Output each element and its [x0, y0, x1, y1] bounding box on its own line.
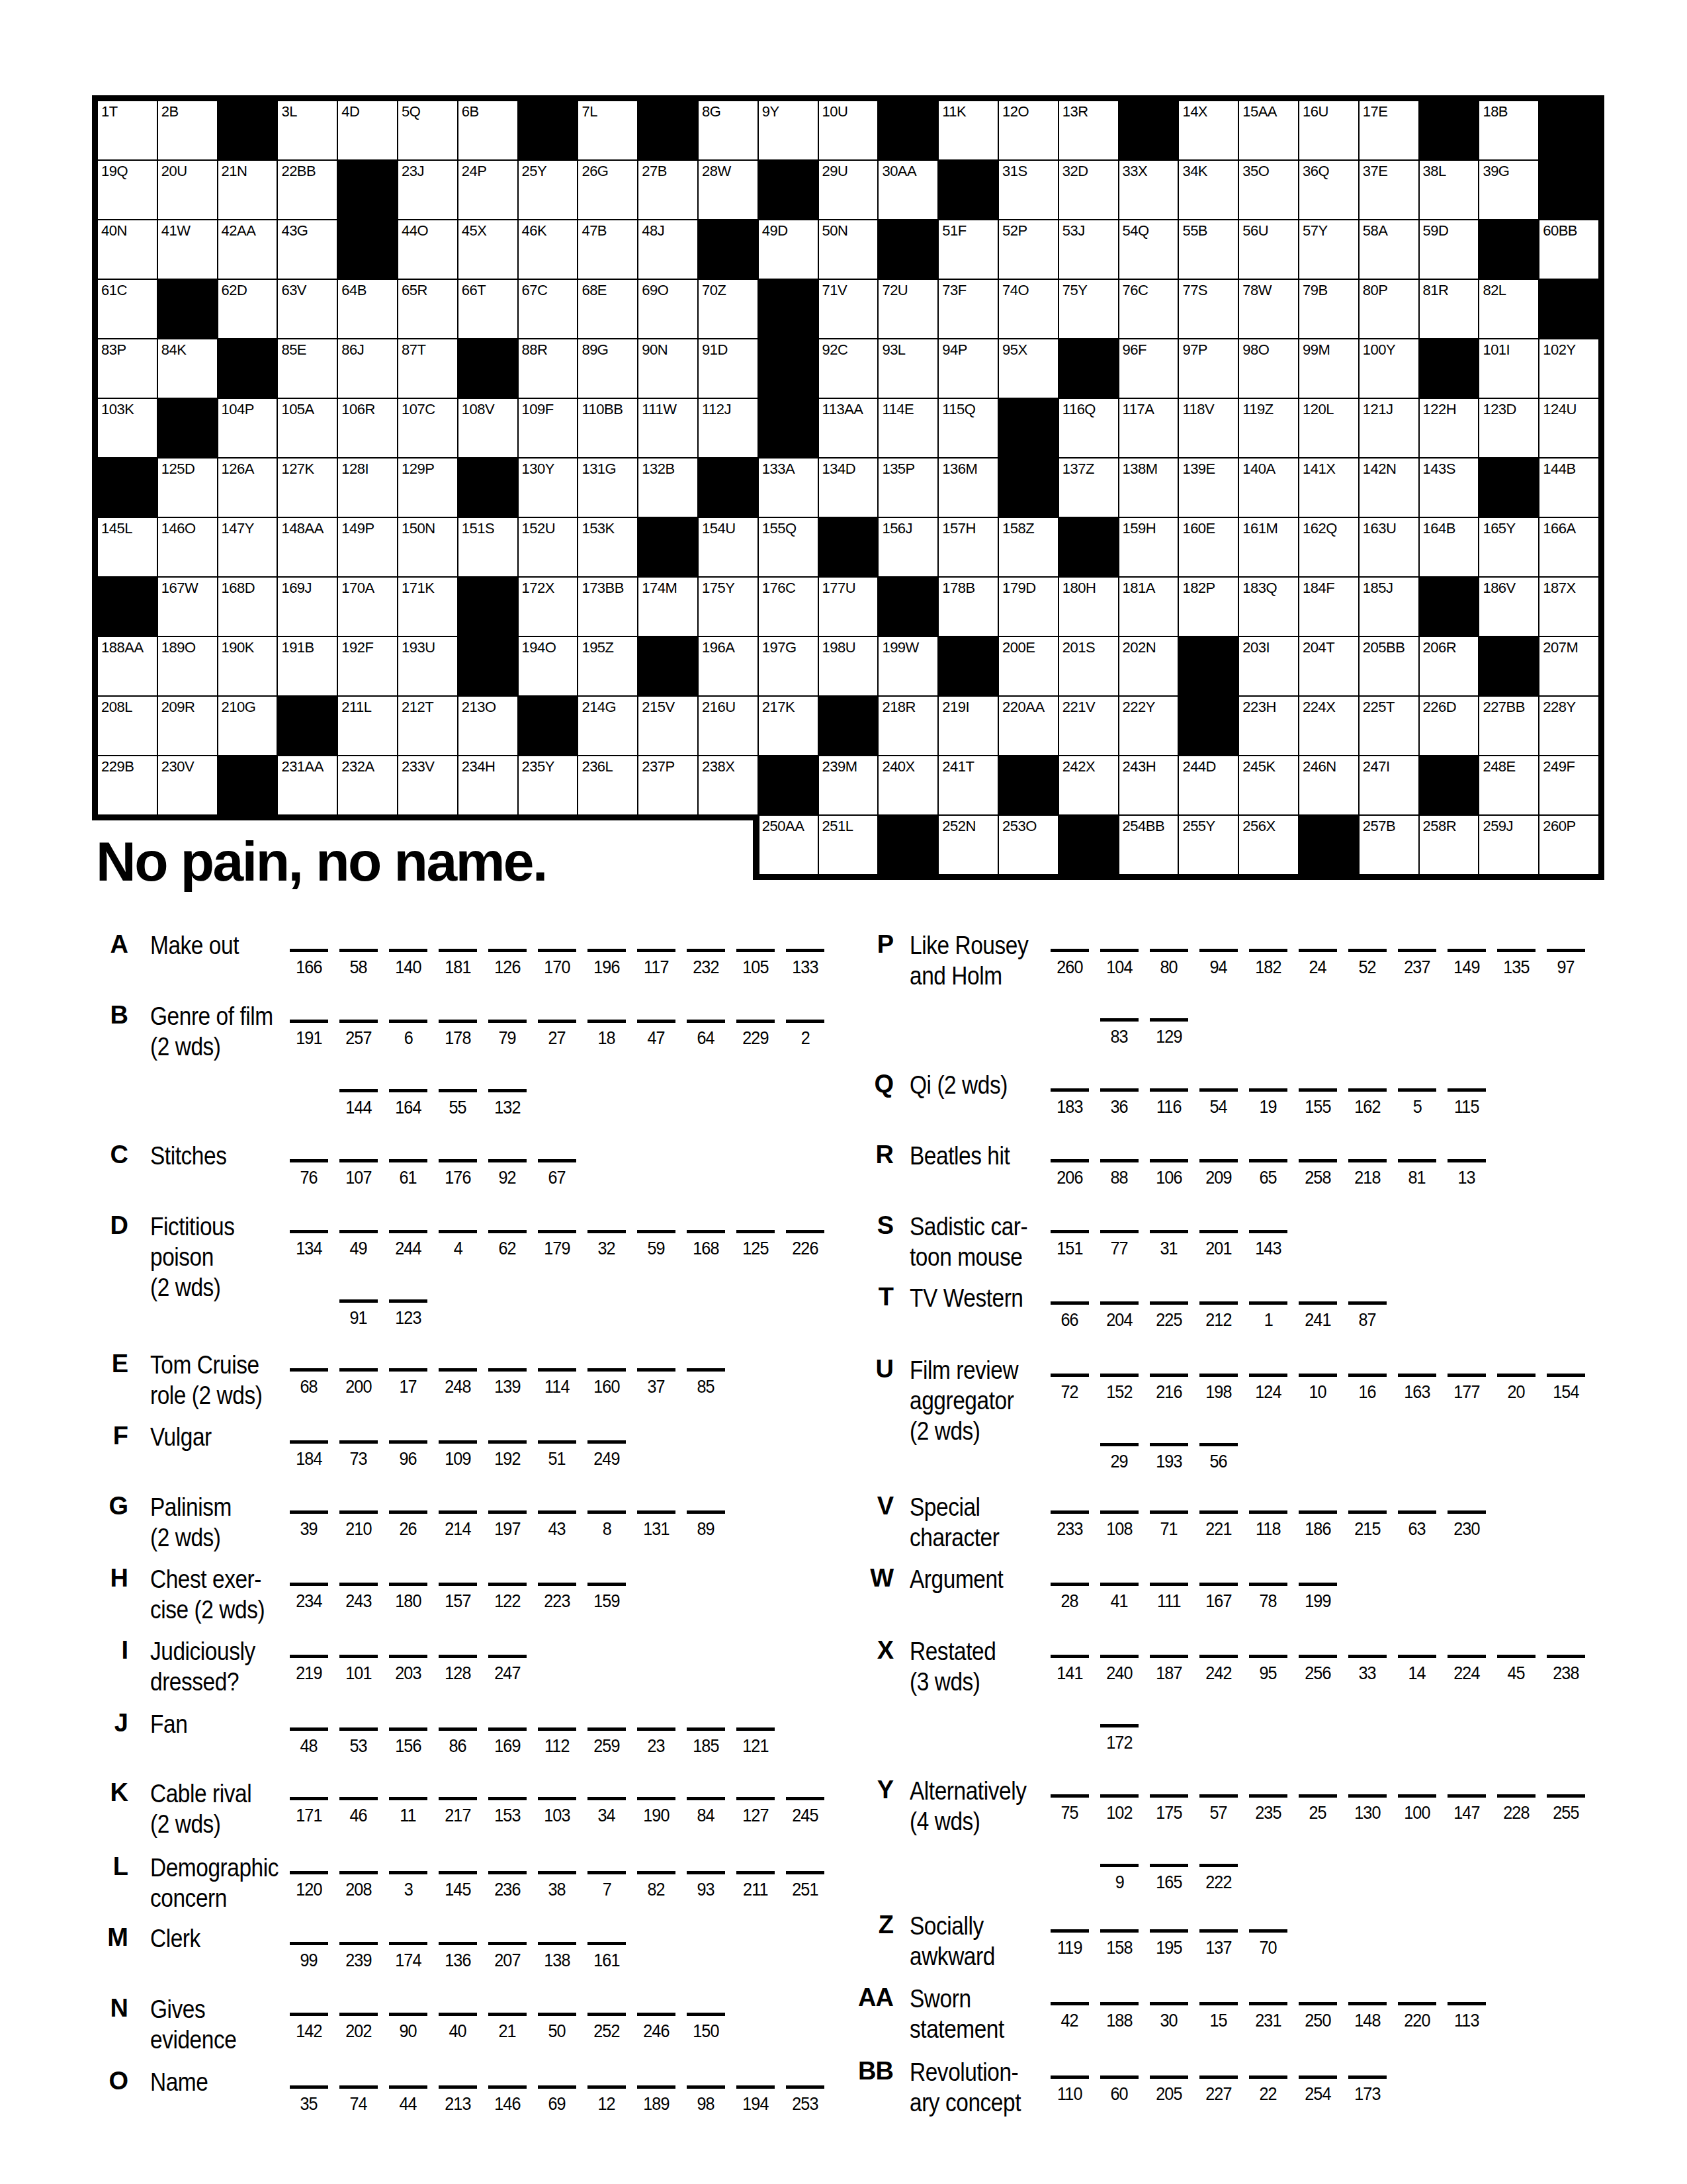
- grid-cell-97P[interactable]: 97P: [1178, 339, 1238, 398]
- grid-cell-84K[interactable]: 84K: [157, 339, 218, 398]
- grid-cell-121J[interactable]: 121J: [1359, 398, 1419, 458]
- grid-cell-51F[interactable]: 51F: [938, 220, 998, 279]
- grid-cell-162Q[interactable]: 162Q: [1299, 517, 1359, 577]
- answer-slot[interactable]: 2: [786, 1020, 824, 1049]
- grid-cell-17E[interactable]: 17E: [1359, 101, 1419, 160]
- grid-cell-257B[interactable]: 257B: [1359, 815, 1419, 875]
- grid-cell-142N[interactable]: 142N: [1359, 458, 1419, 517]
- grid-cell-31S[interactable]: 31S: [998, 160, 1059, 220]
- answer-slot[interactable]: 74: [339, 2085, 378, 2115]
- answer-slot[interactable]: 38: [538, 1871, 576, 1900]
- answer-slot[interactable]: 37: [637, 1368, 675, 1397]
- answer-slot[interactable]: 61: [389, 1159, 427, 1188]
- grid-cell-234H[interactable]: 234H: [458, 756, 518, 815]
- answer-slot[interactable]: 231: [1249, 2002, 1287, 2031]
- answer-slot[interactable]: 217: [439, 1797, 477, 1826]
- grid-cell-251L[interactable]: 251L: [818, 815, 879, 875]
- grid-cell-241T[interactable]: 241T: [938, 756, 998, 815]
- grid-cell-143S[interactable]: 143S: [1419, 458, 1479, 517]
- grid-cell-199W[interactable]: 199W: [878, 636, 938, 696]
- answer-slot[interactable]: 164: [389, 1089, 427, 1118]
- grid-cell-24P[interactable]: 24P: [458, 160, 518, 220]
- grid-cell-39G[interactable]: 39G: [1479, 160, 1539, 220]
- grid-cell-219I[interactable]: 219I: [938, 696, 998, 756]
- answer-slot[interactable]: 117: [637, 949, 675, 978]
- grid-cell-157H[interactable]: 157H: [938, 517, 998, 577]
- grid-cell-189O[interactable]: 189O: [157, 636, 218, 696]
- grid-cell-177U[interactable]: 177U: [818, 577, 879, 636]
- answer-slot[interactable]: 147: [1448, 1794, 1486, 1823]
- answer-slot[interactable]: 229: [736, 1020, 775, 1049]
- answer-slot[interactable]: 21: [488, 2013, 527, 2042]
- answer-slot[interactable]: 223: [538, 1583, 576, 1612]
- answer-slot[interactable]: 194: [736, 2085, 775, 2115]
- answer-slot[interactable]: 52: [1348, 949, 1387, 978]
- answer-slot[interactable]: 106: [1150, 1159, 1188, 1188]
- answer-slot[interactable]: 238: [1547, 1655, 1585, 1684]
- grid-cell-106R[interactable]: 106R: [337, 398, 398, 458]
- grid-cell-38L[interactable]: 38L: [1419, 160, 1479, 220]
- answer-slot[interactable]: 123: [389, 1299, 427, 1329]
- grid-cell-185J[interactable]: 185J: [1359, 577, 1419, 636]
- answer-slot[interactable]: 9: [1100, 1864, 1139, 1893]
- grid-cell-220AA[interactable]: 220AA: [998, 696, 1059, 756]
- grid-cell-45X[interactable]: 45X: [458, 220, 518, 279]
- answer-slot[interactable]: 139: [488, 1368, 527, 1397]
- answer-slot[interactable]: 127: [736, 1797, 775, 1826]
- answer-slot[interactable]: 134: [290, 1230, 328, 1259]
- grid-cell-78W[interactable]: 78W: [1238, 279, 1299, 339]
- grid-cell-41W[interactable]: 41W: [157, 220, 218, 279]
- grid-cell-210G[interactable]: 210G: [218, 696, 278, 756]
- answer-slot[interactable]: 30: [1150, 2002, 1188, 2031]
- answer-slot[interactable]: 172: [1100, 1724, 1139, 1753]
- answer-slot[interactable]: 137: [1199, 1929, 1238, 1958]
- grid-cell-249F[interactable]: 249F: [1539, 756, 1599, 815]
- answer-slot[interactable]: 95: [1249, 1655, 1287, 1684]
- grid-cell-94P[interactable]: 94P: [938, 339, 998, 398]
- grid-cell-125D[interactable]: 125D: [157, 458, 218, 517]
- grid-cell-112J[interactable]: 112J: [698, 398, 758, 458]
- answer-slot[interactable]: 19: [1249, 1088, 1287, 1117]
- answer-slot[interactable]: 178: [439, 1020, 477, 1049]
- answer-slot[interactable]: 78: [1249, 1583, 1287, 1612]
- grid-cell-105A[interactable]: 105A: [277, 398, 337, 458]
- answer-slot[interactable]: 43: [538, 1510, 576, 1540]
- answer-slot[interactable]: 35: [290, 2085, 328, 2115]
- grid-cell-183Q[interactable]: 183Q: [1238, 577, 1299, 636]
- grid-cell-82L[interactable]: 82L: [1479, 279, 1539, 339]
- answer-slot[interactable]: 29: [1100, 1443, 1139, 1472]
- answer-slot[interactable]: 131: [637, 1510, 675, 1540]
- grid-cell-43G[interactable]: 43G: [277, 220, 337, 279]
- answer-slot[interactable]: 112: [538, 1727, 576, 1757]
- answer-slot[interactable]: 226: [786, 1230, 824, 1259]
- answer-slot[interactable]: 88: [1100, 1159, 1139, 1188]
- grid-cell-28W[interactable]: 28W: [698, 160, 758, 220]
- answer-slot[interactable]: 201: [1199, 1230, 1238, 1259]
- grid-cell-160E[interactable]: 160E: [1178, 517, 1238, 577]
- answer-slot[interactable]: 28: [1051, 1583, 1089, 1612]
- answer-slot[interactable]: 138: [538, 1942, 576, 1971]
- answer-slot[interactable]: 202: [339, 2013, 378, 2042]
- grid-cell-100Y[interactable]: 100Y: [1359, 339, 1419, 398]
- grid-cell-133A[interactable]: 133A: [758, 458, 818, 517]
- answer-slot[interactable]: 255: [1547, 1794, 1585, 1823]
- grid-cell-111W[interactable]: 111W: [638, 398, 698, 458]
- answer-slot[interactable]: 103: [538, 1797, 576, 1826]
- answer-slot[interactable]: 65: [1249, 1159, 1287, 1188]
- answer-slot[interactable]: 73: [339, 1440, 378, 1469]
- grid-cell-159H[interactable]: 159H: [1119, 517, 1179, 577]
- grid-cell-7L[interactable]: 7L: [578, 101, 638, 160]
- answer-slot[interactable]: 129: [1150, 1018, 1188, 1047]
- answer-slot[interactable]: 214: [439, 1510, 477, 1540]
- grid-cell-200E[interactable]: 200E: [998, 636, 1059, 696]
- answer-slot[interactable]: 227: [1199, 2075, 1238, 2105]
- answer-slot[interactable]: 258: [1299, 1159, 1337, 1188]
- grid-cell-202N[interactable]: 202N: [1119, 636, 1179, 696]
- answer-slot[interactable]: 140: [389, 949, 427, 978]
- answer-slot[interactable]: 122: [488, 1583, 527, 1612]
- grid-cell-253O[interactable]: 253O: [998, 815, 1059, 875]
- grid-cell-165Y[interactable]: 165Y: [1479, 517, 1539, 577]
- answer-slot[interactable]: 46: [339, 1797, 378, 1826]
- grid-cell-164B[interactable]: 164B: [1419, 517, 1479, 577]
- answer-slot[interactable]: 100: [1398, 1794, 1436, 1823]
- grid-cell-101I[interactable]: 101I: [1479, 339, 1539, 398]
- answer-slot[interactable]: 235: [1249, 1794, 1287, 1823]
- answer-slot[interactable]: 183: [1051, 1088, 1089, 1117]
- answer-slot[interactable]: 198: [1199, 1374, 1238, 1403]
- grid-cell-62D[interactable]: 62D: [218, 279, 278, 339]
- answer-slot[interactable]: 69: [538, 2085, 576, 2115]
- answer-slot[interactable]: 124: [1249, 1374, 1287, 1403]
- answer-slot[interactable]: 248: [439, 1368, 477, 1397]
- answer-slot[interactable]: 82: [637, 1871, 675, 1900]
- grid-cell-139E[interactable]: 139E: [1178, 458, 1238, 517]
- grid-cell-248E[interactable]: 248E: [1479, 756, 1539, 815]
- answer-slot[interactable]: 135: [1497, 949, 1536, 978]
- grid-cell-22BB[interactable]: 22BB: [277, 160, 337, 220]
- grid-cell-104P[interactable]: 104P: [218, 398, 278, 458]
- grid-cell-170A[interactable]: 170A: [337, 577, 398, 636]
- grid-cell-214G[interactable]: 214G: [578, 696, 638, 756]
- grid-cell-221V[interactable]: 221V: [1059, 696, 1119, 756]
- grid-cell-10U[interactable]: 10U: [818, 101, 879, 160]
- grid-cell-175Y[interactable]: 175Y: [698, 577, 758, 636]
- grid-cell-146O[interactable]: 146O: [157, 517, 218, 577]
- answer-slot[interactable]: 11: [389, 1797, 427, 1826]
- answer-slot[interactable]: 57: [1199, 1794, 1238, 1823]
- answer-slot[interactable]: 47: [637, 1020, 675, 1049]
- grid-cell-130Y[interactable]: 130Y: [518, 458, 578, 517]
- grid-cell-169J[interactable]: 169J: [277, 577, 337, 636]
- grid-cell-192F[interactable]: 192F: [337, 636, 398, 696]
- answer-slot[interactable]: 234: [290, 1583, 328, 1612]
- answer-slot[interactable]: 105: [736, 949, 775, 978]
- answer-slot[interactable]: 110: [1051, 2075, 1089, 2105]
- answer-slot[interactable]: 246: [637, 2013, 675, 2042]
- answer-slot[interactable]: 251: [786, 1871, 824, 1900]
- grid-cell-123D[interactable]: 123D: [1479, 398, 1539, 458]
- answer-slot[interactable]: 169: [488, 1727, 527, 1757]
- answer-slot[interactable]: 36: [1100, 1088, 1139, 1117]
- answer-slot[interactable]: 204: [1100, 1301, 1139, 1331]
- answer-slot[interactable]: 153: [488, 1797, 527, 1826]
- answer-slot[interactable]: 16: [1348, 1374, 1387, 1403]
- answer-slot[interactable]: 243: [339, 1583, 378, 1612]
- grid-cell-36Q[interactable]: 36Q: [1299, 160, 1359, 220]
- answer-slot[interactable]: 215: [1348, 1510, 1387, 1540]
- grid-cell-118V[interactable]: 118V: [1178, 398, 1238, 458]
- answer-slot[interactable]: 98: [687, 2085, 725, 2115]
- grid-cell-158Z[interactable]: 158Z: [998, 517, 1059, 577]
- answer-slot[interactable]: 64: [687, 1020, 725, 1049]
- grid-cell-186V[interactable]: 186V: [1479, 577, 1539, 636]
- grid-cell-223H[interactable]: 223H: [1238, 696, 1299, 756]
- answer-slot[interactable]: 31: [1150, 1230, 1188, 1259]
- answer-slot[interactable]: 239: [339, 1942, 378, 1971]
- answer-slot[interactable]: 114: [538, 1368, 576, 1397]
- grid-cell-102Y[interactable]: 102Y: [1539, 339, 1599, 398]
- grid-cell-109F[interactable]: 109F: [518, 398, 578, 458]
- grid-cell-91D[interactable]: 91D: [698, 339, 758, 398]
- grid-cell-195Z[interactable]: 195Z: [578, 636, 638, 696]
- answer-slot[interactable]: 99: [290, 1942, 328, 1971]
- grid-cell-2B[interactable]: 2B: [157, 101, 218, 160]
- grid-cell-16U[interactable]: 16U: [1299, 101, 1359, 160]
- grid-cell-85E[interactable]: 85E: [277, 339, 337, 398]
- answer-slot[interactable]: 18: [587, 1020, 626, 1049]
- grid-cell-176C[interactable]: 176C: [758, 577, 818, 636]
- answer-slot[interactable]: 54: [1199, 1088, 1238, 1117]
- answer-slot[interactable]: 13: [1448, 1159, 1486, 1188]
- grid-cell-70Z[interactable]: 70Z: [698, 279, 758, 339]
- grid-cell-136M[interactable]: 136M: [938, 458, 998, 517]
- grid-cell-25Y[interactable]: 25Y: [518, 160, 578, 220]
- grid-cell-141X[interactable]: 141X: [1299, 458, 1359, 517]
- grid-cell-216U[interactable]: 216U: [698, 696, 758, 756]
- answer-slot[interactable]: 12: [587, 2085, 626, 2115]
- answer-slot[interactable]: 191: [290, 1020, 328, 1049]
- grid-cell-211L[interactable]: 211L: [337, 696, 398, 756]
- answer-slot[interactable]: 188: [1100, 2002, 1139, 2031]
- grid-cell-98O[interactable]: 98O: [1238, 339, 1299, 398]
- grid-cell-15AA[interactable]: 15AA: [1238, 101, 1299, 160]
- grid-cell-68E[interactable]: 68E: [578, 279, 638, 339]
- answer-slot[interactable]: 34: [587, 1797, 626, 1826]
- grid-cell-6B[interactable]: 6B: [458, 101, 518, 160]
- grid-cell-44O[interactable]: 44O: [398, 220, 458, 279]
- grid-cell-239M[interactable]: 239M: [818, 756, 879, 815]
- answer-slot[interactable]: 48: [290, 1727, 328, 1757]
- answer-slot[interactable]: 240: [1100, 1655, 1139, 1684]
- answer-slot[interactable]: 113: [1448, 2002, 1486, 2031]
- grid-cell-35O[interactable]: 35O: [1238, 160, 1299, 220]
- answer-slot[interactable]: 5: [1398, 1088, 1436, 1117]
- grid-cell-187X[interactable]: 187X: [1539, 577, 1599, 636]
- grid-cell-33X[interactable]: 33X: [1119, 160, 1179, 220]
- grid-cell-52P[interactable]: 52P: [998, 220, 1059, 279]
- grid-cell-65R[interactable]: 65R: [398, 279, 458, 339]
- answer-slot[interactable]: 146: [488, 2085, 527, 2115]
- grid-cell-19Q[interactable]: 19Q: [97, 160, 157, 220]
- answer-slot[interactable]: 128: [439, 1655, 477, 1684]
- grid-cell-66T[interactable]: 66T: [458, 279, 518, 339]
- answer-slot[interactable]: 10: [1299, 1374, 1337, 1403]
- answer-slot[interactable]: 160: [587, 1368, 626, 1397]
- answer-slot[interactable]: 216: [1150, 1374, 1188, 1403]
- answer-slot[interactable]: 209: [1199, 1159, 1238, 1188]
- answer-slot[interactable]: 163: [1398, 1374, 1436, 1403]
- grid-cell-193U[interactable]: 193U: [398, 636, 458, 696]
- grid-cell-108V[interactable]: 108V: [458, 398, 518, 458]
- answer-slot[interactable]: 115: [1448, 1088, 1486, 1117]
- grid-cell-73F[interactable]: 73F: [938, 279, 998, 339]
- answer-slot[interactable]: 152: [1100, 1374, 1139, 1403]
- grid-cell-217K[interactable]: 217K: [758, 696, 818, 756]
- grid-cell-196A[interactable]: 196A: [698, 636, 758, 696]
- grid-cell-259J[interactable]: 259J: [1479, 815, 1539, 875]
- answer-slot[interactable]: 83: [1100, 1018, 1139, 1047]
- answer-slot[interactable]: 221: [1199, 1510, 1238, 1540]
- grid-cell-34K[interactable]: 34K: [1178, 160, 1238, 220]
- answer-slot[interactable]: 108: [1100, 1510, 1139, 1540]
- grid-cell-137Z[interactable]: 137Z: [1059, 458, 1119, 517]
- answer-slot[interactable]: 218: [1348, 1159, 1387, 1188]
- grid-cell-80P[interactable]: 80P: [1359, 279, 1419, 339]
- answer-slot[interactable]: 236: [488, 1871, 527, 1900]
- answer-slot[interactable]: 53: [339, 1727, 378, 1757]
- answer-slot[interactable]: 222: [1199, 1864, 1238, 1893]
- grid-cell-233V[interactable]: 233V: [398, 756, 458, 815]
- grid-cell-138M[interactable]: 138M: [1119, 458, 1179, 517]
- answer-slot[interactable]: 233: [1051, 1510, 1089, 1540]
- grid-cell-115Q[interactable]: 115Q: [938, 398, 998, 458]
- answer-slot[interactable]: 62: [488, 1230, 527, 1259]
- answer-slot[interactable]: 80: [1150, 949, 1188, 978]
- answer-slot[interactable]: 126: [488, 949, 527, 978]
- grid-cell-72U[interactable]: 72U: [878, 279, 938, 339]
- grid-cell-155Q[interactable]: 155Q: [758, 517, 818, 577]
- answer-slot[interactable]: 24: [1299, 949, 1337, 978]
- answer-slot[interactable]: 162: [1348, 1088, 1387, 1117]
- grid-cell-174M[interactable]: 174M: [638, 577, 698, 636]
- answer-slot[interactable]: 219: [290, 1655, 328, 1684]
- answer-slot[interactable]: 213: [439, 2085, 477, 2115]
- grid-cell-205BB[interactable]: 205BB: [1359, 636, 1419, 696]
- grid-cell-9Y[interactable]: 9Y: [758, 101, 818, 160]
- answer-slot[interactable]: 125: [736, 1230, 775, 1259]
- grid-cell-232A[interactable]: 232A: [337, 756, 398, 815]
- grid-cell-161M[interactable]: 161M: [1238, 517, 1299, 577]
- grid-cell-194O[interactable]: 194O: [518, 636, 578, 696]
- grid-cell-198U[interactable]: 198U: [818, 636, 879, 696]
- grid-cell-260P[interactable]: 260P: [1539, 815, 1599, 875]
- grid-cell-144B[interactable]: 144B: [1539, 458, 1599, 517]
- grid-cell-188AA[interactable]: 188AA: [97, 636, 157, 696]
- answer-slot[interactable]: 96: [389, 1440, 427, 1469]
- grid-cell-156J[interactable]: 156J: [878, 517, 938, 577]
- grid-cell-215V[interactable]: 215V: [638, 696, 698, 756]
- grid-cell-168D[interactable]: 168D: [218, 577, 278, 636]
- grid-cell-242X[interactable]: 242X: [1059, 756, 1119, 815]
- grid-cell-149P[interactable]: 149P: [337, 517, 398, 577]
- grid-cell-90N[interactable]: 90N: [638, 339, 698, 398]
- answer-slot[interactable]: 211: [736, 1871, 775, 1900]
- grid-cell-243H[interactable]: 243H: [1119, 756, 1179, 815]
- grid-cell-254BB[interactable]: 254BB: [1119, 815, 1179, 875]
- grid-cell-247I[interactable]: 247I: [1359, 756, 1419, 815]
- grid-cell-57Y[interactable]: 57Y: [1299, 220, 1359, 279]
- grid-cell-67C[interactable]: 67C: [518, 279, 578, 339]
- answer-slot[interactable]: 187: [1150, 1655, 1188, 1684]
- answer-slot[interactable]: 175: [1150, 1794, 1188, 1823]
- grid-cell-190K[interactable]: 190K: [218, 636, 278, 696]
- grid-cell-252N[interactable]: 252N: [938, 815, 998, 875]
- answer-slot[interactable]: 159: [587, 1583, 626, 1612]
- grid-cell-96F[interactable]: 96F: [1119, 339, 1179, 398]
- grid-cell-147Y[interactable]: 147Y: [218, 517, 278, 577]
- answer-slot[interactable]: 241: [1299, 1301, 1337, 1331]
- answer-slot[interactable]: 94: [1199, 949, 1238, 978]
- answer-slot[interactable]: 168: [687, 1230, 725, 1259]
- grid-cell-71V[interactable]: 71V: [818, 279, 879, 339]
- grid-cell-246N[interactable]: 246N: [1299, 756, 1359, 815]
- answer-slot[interactable]: 167: [1199, 1583, 1238, 1612]
- answer-slot[interactable]: 141: [1051, 1655, 1089, 1684]
- grid-cell-132B[interactable]: 132B: [638, 458, 698, 517]
- answer-slot[interactable]: 26: [389, 1510, 427, 1540]
- grid-cell-114E[interactable]: 114E: [878, 398, 938, 458]
- answer-slot[interactable]: 244: [389, 1230, 427, 1259]
- answer-slot[interactable]: 63: [1398, 1510, 1436, 1540]
- grid-cell-236L[interactable]: 236L: [578, 756, 638, 815]
- grid-cell-129P[interactable]: 129P: [398, 458, 458, 517]
- grid-cell-14X[interactable]: 14X: [1178, 101, 1238, 160]
- grid-cell-113AA[interactable]: 113AA: [818, 398, 879, 458]
- answer-slot[interactable]: 97: [1547, 949, 1585, 978]
- grid-cell-8G[interactable]: 8G: [698, 101, 758, 160]
- grid-cell-250AA[interactable]: 250AA: [758, 815, 818, 875]
- grid-cell-69O[interactable]: 69O: [638, 279, 698, 339]
- answer-slot[interactable]: 32: [587, 1230, 626, 1259]
- grid-cell-63V[interactable]: 63V: [277, 279, 337, 339]
- grid-cell-116Q[interactable]: 116Q: [1059, 398, 1119, 458]
- answer-slot[interactable]: 118: [1249, 1510, 1287, 1540]
- answer-slot[interactable]: 250: [1299, 2002, 1337, 2031]
- grid-cell-131G[interactable]: 131G: [578, 458, 638, 517]
- answer-slot[interactable]: 133: [786, 949, 824, 978]
- grid-cell-122H[interactable]: 122H: [1419, 398, 1479, 458]
- answer-slot[interactable]: 8: [587, 1510, 626, 1540]
- answer-slot[interactable]: 22: [1249, 2075, 1287, 2105]
- grid-cell-5Q[interactable]: 5Q: [398, 101, 458, 160]
- grid-cell-180H[interactable]: 180H: [1059, 577, 1119, 636]
- answer-slot[interactable]: 104: [1100, 949, 1139, 978]
- grid-cell-55B[interactable]: 55B: [1178, 220, 1238, 279]
- grid-cell-150N[interactable]: 150N: [398, 517, 458, 577]
- grid-cell-224X[interactable]: 224X: [1299, 696, 1359, 756]
- grid-cell-1T[interactable]: 1T: [97, 101, 157, 160]
- answer-slot[interactable]: 170: [538, 949, 576, 978]
- answer-slot[interactable]: 23: [637, 1727, 675, 1757]
- answer-slot[interactable]: 179: [538, 1230, 576, 1259]
- grid-cell-79B[interactable]: 79B: [1299, 279, 1359, 339]
- answer-slot[interactable]: 120: [290, 1871, 328, 1900]
- answer-slot[interactable]: 151: [1051, 1230, 1089, 1259]
